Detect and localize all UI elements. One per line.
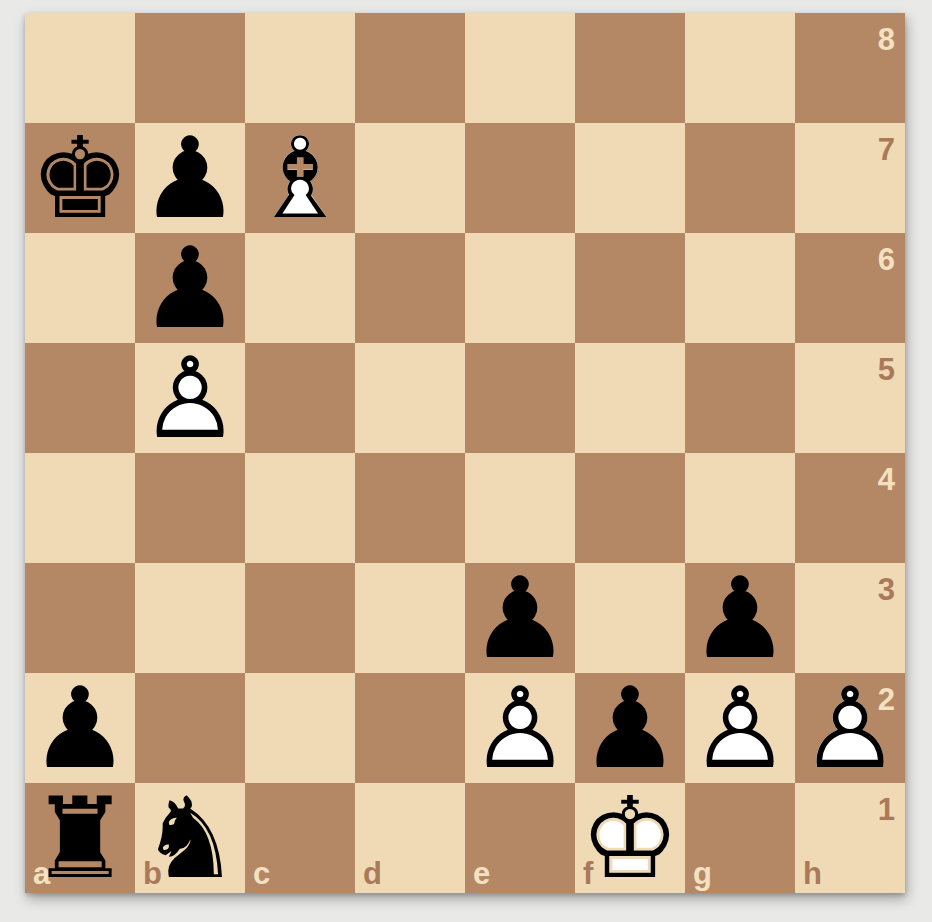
board-square[interactable]	[25, 233, 135, 343]
board-square[interactable]: 1h	[795, 783, 905, 893]
board-square[interactable]: 6	[795, 233, 905, 343]
white-piece-outline-glyph: ♙	[465, 673, 575, 783]
rank-label: 8	[878, 24, 895, 55]
board-square[interactable]	[685, 13, 795, 123]
piece-black-pawn[interactable]: ♟	[135, 233, 245, 343]
black-piece-glyph: ♟	[575, 673, 685, 783]
rank-label: 4	[878, 464, 895, 495]
board-square[interactable]	[355, 233, 465, 343]
chess-board: 8♚♟♝♗7♟6♟♙54♟♟3♟♟♙♟♟♙2♟♙a♜b♞cdef♚♔g1h	[25, 13, 905, 893]
board-square[interactable]: ♟	[135, 233, 245, 343]
board-square[interactable]	[355, 123, 465, 233]
board-square[interactable]: 8	[795, 13, 905, 123]
board-square[interactable]: ♟♙	[135, 343, 245, 453]
board-square[interactable]: ♟	[685, 563, 795, 673]
board-square[interactable]	[575, 123, 685, 233]
white-piece-outline-glyph: ♙	[795, 673, 905, 783]
board-square[interactable]	[25, 343, 135, 453]
board-square[interactable]: e	[465, 783, 575, 893]
white-piece-outline-glyph: ♗	[245, 123, 355, 233]
board-square[interactable]: c	[245, 783, 355, 893]
board-square[interactable]	[465, 343, 575, 453]
board-square[interactable]	[245, 343, 355, 453]
board-square[interactable]	[575, 13, 685, 123]
board-square[interactable]	[685, 343, 795, 453]
board-square[interactable]	[575, 343, 685, 453]
piece-white-pawn[interactable]: ♟♙	[685, 673, 795, 783]
board-square[interactable]	[685, 123, 795, 233]
piece-black-pawn[interactable]: ♟	[685, 563, 795, 673]
board-square[interactable]	[245, 233, 355, 343]
board-square[interactable]: ♟♙	[685, 673, 795, 783]
black-piece-glyph: ♟	[685, 563, 795, 673]
board-square[interactable]: f♚♔	[575, 783, 685, 893]
board-square[interactable]	[355, 563, 465, 673]
board-square[interactable]	[245, 13, 355, 123]
file-label: g	[693, 858, 712, 889]
rank-label: 6	[878, 244, 895, 275]
board-square[interactable]: b♞	[135, 783, 245, 893]
board-square[interactable]: ♟	[465, 563, 575, 673]
black-piece-glyph: ♟	[465, 563, 575, 673]
board-square[interactable]: 5	[795, 343, 905, 453]
board-square[interactable]	[575, 563, 685, 673]
board-square[interactable]: ♟	[25, 673, 135, 783]
board-square[interactable]: 2♟♙	[795, 673, 905, 783]
piece-black-knight[interactable]: ♞	[135, 783, 245, 893]
black-piece-glyph: ♟	[25, 673, 135, 783]
board-square[interactable]	[355, 673, 465, 783]
board-square[interactable]	[135, 13, 245, 123]
board-square[interactable]	[355, 343, 465, 453]
board-square[interactable]: ♚	[25, 123, 135, 233]
board-square[interactable]	[575, 453, 685, 563]
file-label: h	[803, 858, 822, 889]
board-square[interactable]	[355, 453, 465, 563]
board-square[interactable]	[685, 233, 795, 343]
piece-white-pawn[interactable]: ♟♙	[795, 673, 905, 783]
board-square[interactable]	[25, 13, 135, 123]
piece-white-king[interactable]: ♚♔	[575, 783, 685, 893]
board-square[interactable]: 3	[795, 563, 905, 673]
board-square[interactable]	[465, 123, 575, 233]
board-square[interactable]: ♟	[575, 673, 685, 783]
piece-black-pawn[interactable]: ♟	[465, 563, 575, 673]
board-square[interactable]	[465, 233, 575, 343]
board-square[interactable]: d	[355, 783, 465, 893]
rank-label: 7	[878, 134, 895, 165]
board-square[interactable]: ♟	[135, 123, 245, 233]
rank-label: 5	[878, 354, 895, 385]
white-piece-outline-glyph: ♙	[135, 343, 245, 453]
board-square[interactable]	[685, 453, 795, 563]
black-piece-glyph: ♚	[25, 123, 135, 233]
rank-label: 3	[878, 574, 895, 605]
piece-black-pawn[interactable]: ♟	[575, 673, 685, 783]
board-square[interactable]	[25, 453, 135, 563]
piece-black-pawn[interactable]: ♟	[25, 673, 135, 783]
board-square[interactable]	[465, 13, 575, 123]
board-square[interactable]: ♟♙	[465, 673, 575, 783]
piece-black-pawn[interactable]: ♟	[135, 123, 245, 233]
piece-white-bishop[interactable]: ♝♗	[245, 123, 355, 233]
piece-white-pawn[interactable]: ♟♙	[135, 343, 245, 453]
file-label: e	[473, 858, 490, 889]
board-square[interactable]: g	[685, 783, 795, 893]
board-square[interactable]	[355, 13, 465, 123]
board-square[interactable]: a♜	[25, 783, 135, 893]
board-square[interactable]: 7	[795, 123, 905, 233]
page-background: 8♚♟♝♗7♟6♟♙54♟♟3♟♟♙♟♟♙2♟♙a♜b♞cdef♚♔g1h	[0, 0, 932, 922]
piece-black-rook[interactable]: ♜	[25, 783, 135, 893]
board-square[interactable]	[575, 233, 685, 343]
board-square[interactable]	[135, 563, 245, 673]
black-piece-glyph: ♟	[135, 123, 245, 233]
board-square[interactable]	[135, 673, 245, 783]
board-square[interactable]	[135, 453, 245, 563]
white-piece-outline-glyph: ♙	[685, 673, 795, 783]
black-piece-glyph: ♞	[135, 783, 245, 893]
board-square[interactable]	[245, 673, 355, 783]
board-square[interactable]	[465, 453, 575, 563]
black-piece-glyph: ♜	[25, 783, 135, 893]
board-square[interactable]: 4	[795, 453, 905, 563]
black-piece-glyph: ♟	[135, 233, 245, 343]
rank-label: 1	[878, 794, 895, 825]
board-square[interactable]	[25, 563, 135, 673]
piece-black-king[interactable]: ♚	[25, 123, 135, 233]
white-piece-outline-glyph: ♔	[575, 783, 685, 893]
board-square[interactable]	[245, 453, 355, 563]
file-label: d	[363, 858, 382, 889]
piece-white-pawn[interactable]: ♟♙	[465, 673, 575, 783]
board-square[interactable]: ♝♗	[245, 123, 355, 233]
file-label: c	[253, 858, 270, 889]
board-square[interactable]	[245, 563, 355, 673]
